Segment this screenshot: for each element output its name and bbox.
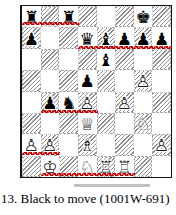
square-c7[interactable] <box>59 27 78 48</box>
square-e2[interactable] <box>97 134 116 155</box>
square-h8[interactable] <box>152 6 171 27</box>
square-e8[interactable] <box>97 6 116 27</box>
square-d6[interactable] <box>78 49 97 70</box>
square-a7[interactable]: ♟ <box>22 27 41 48</box>
square-a3[interactable] <box>22 113 41 134</box>
square-c5[interactable] <box>59 70 78 91</box>
square-e4[interactable] <box>97 92 116 113</box>
square-h4[interactable] <box>152 92 171 113</box>
square-c2[interactable] <box>59 134 78 155</box>
piece-black-pawn[interactable]: ♟ <box>154 30 169 47</box>
square-a4[interactable] <box>22 92 41 113</box>
piece-black-pawn[interactable]: ♟ <box>42 94 57 111</box>
square-d3[interactable]: ♕ <box>78 113 97 134</box>
spellcheck-squiggle-rank4 <box>41 110 98 113</box>
spellcheck-squiggle-rank7 <box>78 46 172 49</box>
chess-diagram-frame: ♜♜♚♟♛♝♟♟♟♝♟♙♟♞♙♙♕♘♙♙♗♙♔♘♖♖ <box>20 5 172 178</box>
square-b3[interactable] <box>41 113 60 134</box>
square-g3[interactable]: ♘ <box>134 113 153 134</box>
square-f8[interactable] <box>115 6 134 27</box>
spellcheck-squiggle-rank2 <box>22 152 60 155</box>
square-f6[interactable] <box>115 49 134 70</box>
square-h1[interactable] <box>152 156 171 177</box>
square-a6[interactable] <box>22 49 41 70</box>
piece-white-bishop[interactable]: ♗ <box>80 137 95 154</box>
square-g8[interactable]: ♚ <box>134 6 153 27</box>
piece-black-bishop[interactable]: ♝ <box>98 51 113 68</box>
square-e3[interactable] <box>97 113 116 134</box>
piece-black-king[interactable]: ♚ <box>135 9 150 26</box>
piece-black-queen[interactable]: ♛ <box>80 30 95 47</box>
square-a5[interactable] <box>22 70 41 91</box>
square-g1[interactable] <box>134 156 153 177</box>
piece-black-pawn[interactable]: ♟ <box>80 73 95 90</box>
square-b5[interactable] <box>41 70 60 91</box>
piece-black-pawn[interactable]: ♟ <box>117 30 132 47</box>
piece-white-pawn[interactable]: ♙ <box>80 94 95 111</box>
piece-black-pawn[interactable]: ♟ <box>135 30 150 47</box>
square-b6[interactable] <box>41 49 60 70</box>
square-d5[interactable]: ♟ <box>78 70 97 91</box>
diagram-caption: 13. Black to move (1001W-691) <box>1 191 175 207</box>
square-g5[interactable]: ♙ <box>134 70 153 91</box>
square-f5[interactable] <box>115 70 134 91</box>
spellcheck-squiggle-rank8 <box>22 22 79 25</box>
piece-white-pawn[interactable]: ♙ <box>117 94 132 111</box>
square-e5[interactable] <box>97 70 116 91</box>
square-g2[interactable] <box>134 134 153 155</box>
piece-white-knight[interactable]: ♘ <box>135 116 150 133</box>
square-c6[interactable] <box>59 49 78 70</box>
square-c3[interactable] <box>59 113 78 134</box>
square-e6[interactable]: ♝ <box>97 49 116 70</box>
gray-artifact-bar <box>74 184 150 187</box>
square-f4[interactable]: ♙ <box>115 92 134 113</box>
square-a1[interactable] <box>22 156 41 177</box>
square-f2[interactable] <box>115 134 134 155</box>
spellcheck-squiggle-rank1 <box>41 173 135 176</box>
square-h3[interactable] <box>152 113 171 134</box>
square-d8[interactable] <box>78 6 97 27</box>
square-g6[interactable] <box>134 49 153 70</box>
square-h2[interactable]: ♙ <box>152 134 171 155</box>
piece-black-pawn[interactable]: ♟ <box>24 30 39 47</box>
piece-white-pawn[interactable]: ♙ <box>135 73 150 90</box>
square-f3[interactable] <box>115 113 134 134</box>
piece-white-queen[interactable]: ♕ <box>80 116 95 133</box>
piece-black-bishop[interactable]: ♝ <box>98 30 113 47</box>
square-g4[interactable] <box>134 92 153 113</box>
square-h5[interactable] <box>152 70 171 91</box>
square-b7[interactable] <box>41 27 60 48</box>
square-h6[interactable] <box>152 49 171 70</box>
piece-black-knight[interactable]: ♞ <box>61 94 76 111</box>
piece-white-pawn[interactable]: ♙ <box>154 137 169 154</box>
square-d2[interactable]: ♗ <box>78 134 97 155</box>
